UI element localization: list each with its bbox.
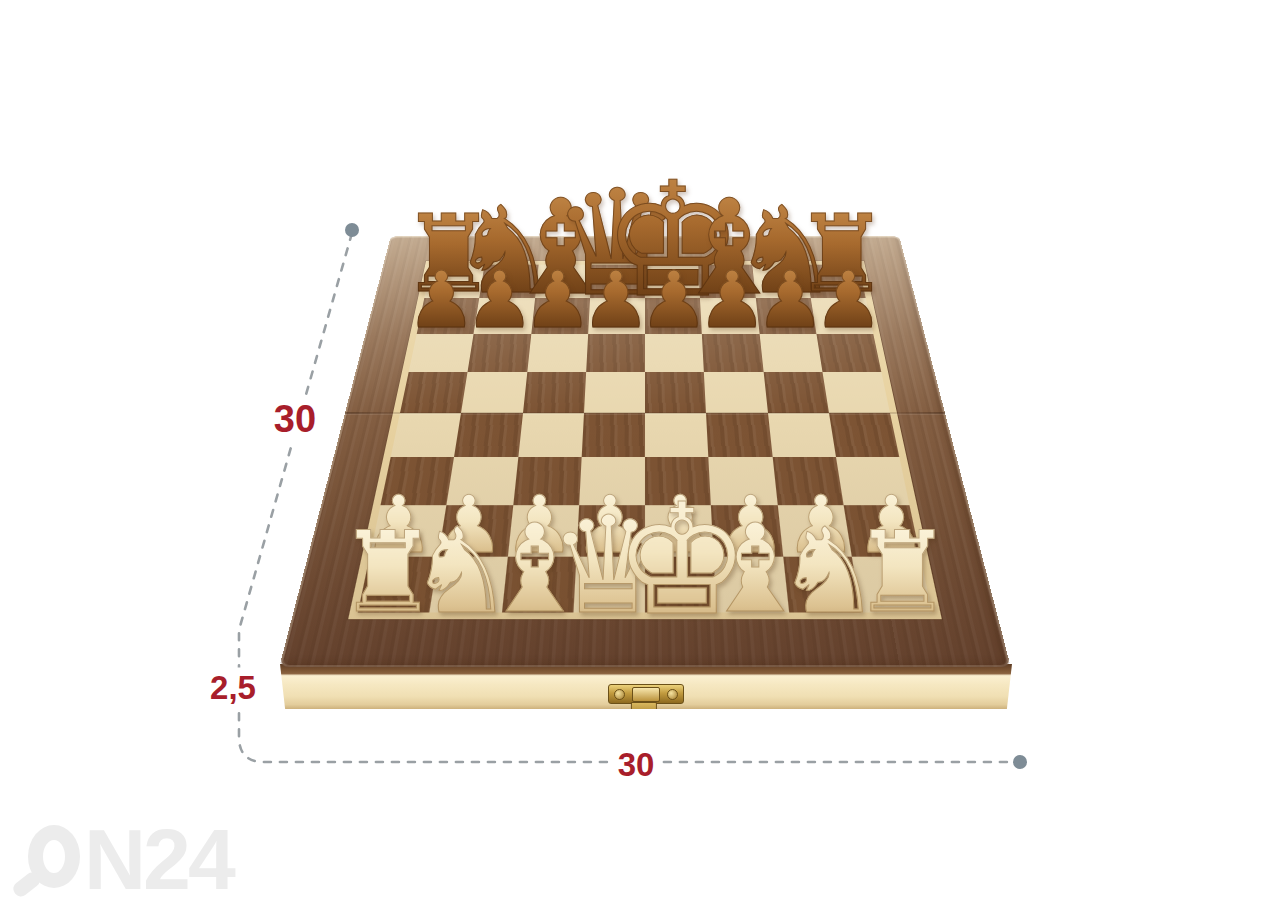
square-c1 — [501, 556, 576, 612]
square-h4 — [829, 413, 900, 457]
board-squares — [348, 261, 942, 619]
square-h7 — [811, 298, 874, 334]
square-d6 — [586, 334, 645, 372]
square-e3 — [645, 457, 711, 505]
square-f4 — [706, 413, 772, 457]
square-a4 — [391, 413, 462, 457]
square-b8 — [479, 265, 538, 298]
square-h6 — [816, 334, 881, 372]
square-b7 — [474, 298, 535, 334]
square-e1 — [645, 556, 717, 612]
square-a6 — [409, 334, 474, 372]
square-h8 — [805, 265, 865, 298]
square-b3 — [447, 457, 518, 505]
square-g7 — [755, 298, 816, 334]
square-f1 — [714, 556, 789, 612]
square-g5 — [763, 372, 829, 413]
chess-board — [279, 236, 1011, 667]
square-c2 — [507, 505, 579, 557]
square-a2 — [370, 505, 447, 557]
square-g8 — [752, 265, 811, 298]
square-c6 — [527, 334, 588, 372]
square-a3 — [381, 457, 455, 505]
square-h5 — [822, 372, 890, 413]
square-b5 — [461, 372, 527, 413]
square-b2 — [439, 505, 513, 557]
square-c8 — [535, 265, 592, 298]
square-e4 — [645, 413, 709, 457]
square-e7 — [645, 298, 702, 334]
square-g6 — [759, 334, 822, 372]
square-d8 — [590, 265, 645, 298]
dimension-side-label: 30 — [267, 397, 323, 441]
square-b4 — [454, 413, 522, 457]
square-f8 — [698, 265, 755, 298]
dimension-dot-right — [1013, 755, 1027, 769]
square-a1 — [358, 556, 439, 612]
square-h3 — [836, 457, 910, 505]
square-c3 — [513, 457, 582, 505]
square-c4 — [518, 413, 584, 457]
square-a5 — [400, 372, 468, 413]
square-b1 — [430, 556, 508, 612]
fold-seam — [345, 412, 945, 413]
square-b6 — [468, 334, 531, 372]
square-h1 — [851, 556, 932, 612]
square-g1 — [783, 556, 861, 612]
chess-board-scene — [345, 113, 945, 713]
square-h2 — [843, 505, 920, 557]
square-e6 — [645, 334, 704, 372]
square-e5 — [645, 372, 706, 413]
square-f7 — [700, 298, 759, 334]
square-a7 — [417, 298, 480, 334]
dimension-height-label: 2,5 — [203, 668, 263, 707]
square-d2 — [576, 505, 645, 557]
dimension-width-label: 30 — [611, 745, 662, 784]
square-f6 — [702, 334, 763, 372]
square-f2 — [711, 505, 783, 557]
square-f5 — [704, 372, 767, 413]
square-c5 — [523, 372, 586, 413]
square-g4 — [768, 413, 836, 457]
square-g3 — [772, 457, 843, 505]
square-d1 — [573, 556, 645, 612]
square-c7 — [531, 298, 590, 334]
square-d5 — [584, 372, 645, 413]
product-photo: N24 30 2,5 30 ♜♞♝♛♚♝♞♜♟♟♟♟♟♟♟♟♟♟♟♟♟♟♟♟♜♞… — [0, 0, 1280, 916]
square-a8 — [424, 265, 484, 298]
square-d3 — [579, 457, 645, 505]
square-e2 — [645, 505, 714, 557]
square-e8 — [645, 265, 700, 298]
square-g2 — [777, 505, 851, 557]
square-f3 — [709, 457, 778, 505]
square-d7 — [588, 298, 645, 334]
square-d4 — [581, 413, 645, 457]
